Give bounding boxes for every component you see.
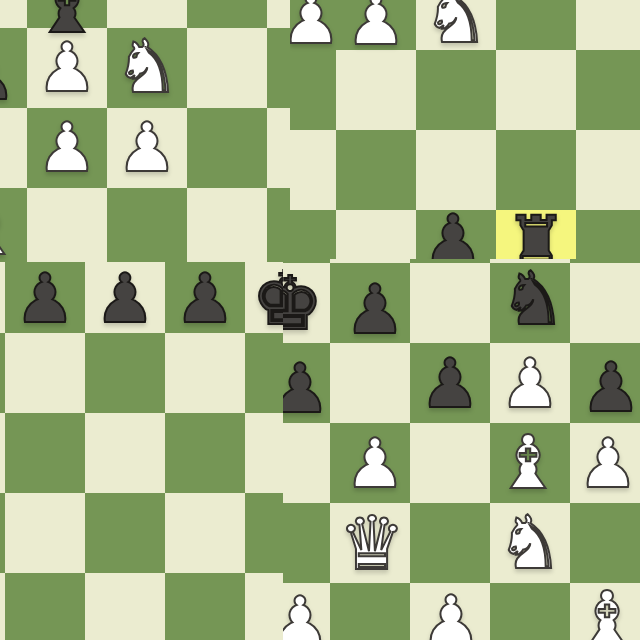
piece-white-bishop[interactable]: ♝ <box>565 576 640 640</box>
piece-black-pawn[interactable]: ♟ <box>411 198 495 259</box>
piece-white-pawn[interactable]: ♟ <box>25 26 109 110</box>
piece-white-bishop[interactable]: ♝ <box>486 420 570 504</box>
piece-black-pawn[interactable]: ♟ <box>83 262 167 341</box>
piece-white-pawn[interactable]: ♟ <box>334 0 418 63</box>
board-tile-top-right[interactable]: ♟♟♞♟♜ <box>290 0 640 259</box>
piece-black-pawn[interactable]: ♟ <box>0 34 28 118</box>
piece-black-pawn[interactable]: ♟ <box>283 347 342 431</box>
piece-black-pawn[interactable]: ♟ <box>408 342 492 426</box>
piece-white-pawn[interactable]: ♟ <box>105 106 189 190</box>
board-tile-bottom-right[interactable]: ♚♟♞♟♟♟♟♟♝♟♛♞♟♟♝ <box>283 259 640 640</box>
piece-black-pawn[interactable]: ♟ <box>3 262 87 341</box>
piece-white-pawn[interactable]: ♟ <box>566 422 640 506</box>
piece-white-bishop[interactable]: ♝ <box>0 186 29 262</box>
piece-white-pawn[interactable]: ♟ <box>25 106 109 190</box>
piece-black-pawn[interactable]: ♟ <box>163 262 247 341</box>
piece-white-pawn[interactable]: ♟ <box>333 422 417 506</box>
board-tile-top-left[interactable]: ♝♟♟♞♟♟♝ <box>0 0 290 262</box>
piece-white-pawn[interactable]: ♟ <box>488 342 572 426</box>
piece-white-knight[interactable]: ♞ <box>105 24 189 108</box>
piece-white-knight[interactable]: ♞ <box>488 500 572 584</box>
piece-white-knight[interactable]: ♞ <box>414 0 498 58</box>
piece-black-knight[interactable]: ♞ <box>491 259 575 340</box>
piece-black-pawn[interactable]: ♟ <box>569 346 640 430</box>
piece-black-king[interactable]: ♚ <box>283 261 332 345</box>
piece-black-pawn[interactable]: ♟ <box>333 268 417 352</box>
chess-board[interactable]: ♝♟♟♞♟♟♝♟♟♞♟♜♟♟♟♚♚♟♞♟♟♟♟♟♝♟♛♞♟♟♝ <box>0 0 640 640</box>
board-tile-bottom-left[interactable]: ♟♟♟♚ <box>0 262 283 640</box>
piece-white-pawn[interactable]: ♟ <box>409 579 493 640</box>
piece-black-rook[interactable]: ♜ <box>494 200 578 259</box>
piece-black-king[interactable]: ♚ <box>243 262 283 340</box>
piece-white-queen[interactable]: ♛ <box>330 501 414 585</box>
piece-white-pawn[interactable]: ♟ <box>283 580 342 640</box>
